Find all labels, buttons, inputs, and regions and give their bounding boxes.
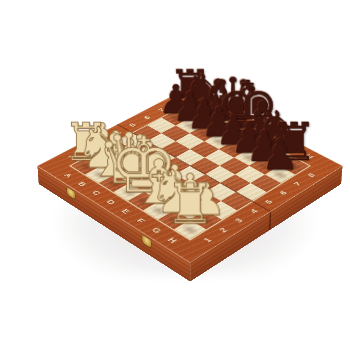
chess-set-photo: ABCDEFGH 87654321 87654321 ABCDEFGH ♜♞♝♛… [0, 0, 350, 350]
black-pawn-h7-icon: ♟ [261, 134, 299, 176]
scene: ABCDEFGH 87654321 87654321 ABCDEFGH ♜♞♝♛… [0, 0, 350, 350]
brass-clasp-icon [142, 235, 151, 248]
white-rook-h1-icon: ♜ [165, 175, 215, 231]
fold-seam-side [269, 211, 271, 230]
chess-board: ABCDEFGH 87654321 87654321 ABCDEFGH ♜♞♝♛… [37, 87, 342, 263]
brass-clasp-icon [67, 187, 75, 200]
